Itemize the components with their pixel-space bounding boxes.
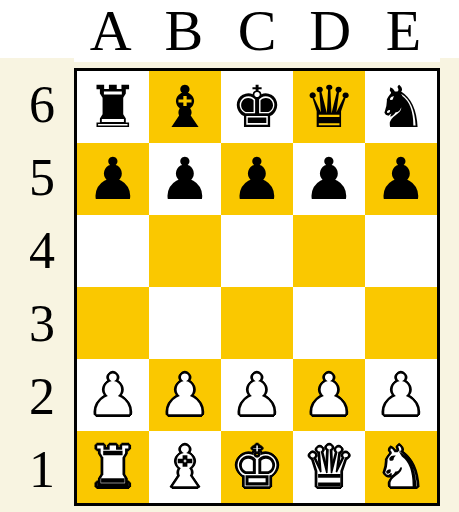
piece-white-pawn[interactable]: ♟ [303,359,355,431]
piece-white-bishop[interactable]: ♝ [159,431,211,503]
piece-black-pawn[interactable]: ♟ [159,143,211,215]
square-a2[interactable]: ♟ [77,359,149,431]
square-b2[interactable]: ♟ [149,359,221,431]
file-label-d: D [309,2,351,60]
board: ♜♝♚♛♞♟♟♟♟♟♟♟♟♟♟♜♝♚♛♞ [74,68,440,506]
square-e2[interactable]: ♟ [365,359,437,431]
square-c4[interactable] [221,215,293,287]
piece-white-king[interactable]: ♚ [231,431,283,503]
piece-black-rook[interactable]: ♜ [87,71,139,143]
square-d1[interactable]: ♛ [293,431,365,503]
square-c1[interactable]: ♚ [221,431,293,503]
square-e6[interactable]: ♞ [365,71,437,143]
file-label-c: C [238,2,277,60]
piece-black-pawn[interactable]: ♟ [303,143,355,215]
square-d6[interactable]: ♛ [293,71,365,143]
square-d3[interactable] [293,287,365,359]
square-c2[interactable]: ♟ [221,359,293,431]
piece-white-rook[interactable]: ♜ [87,431,139,503]
rank-label-2: 2 [15,371,55,423]
piece-black-queen[interactable]: ♛ [303,71,355,143]
piece-white-pawn[interactable]: ♟ [87,359,139,431]
square-d2[interactable]: ♟ [293,359,365,431]
file-label-b: B [164,2,203,60]
square-e1[interactable]: ♞ [365,431,437,503]
square-a3[interactable] [77,287,149,359]
piece-white-pawn[interactable]: ♟ [159,359,211,431]
square-e4[interactable] [365,215,437,287]
square-e5[interactable]: ♟ [365,143,437,215]
square-e3[interactable] [365,287,437,359]
piece-black-pawn[interactable]: ♟ [87,143,139,215]
piece-white-knight[interactable]: ♞ [375,431,427,503]
piece-black-king[interactable]: ♚ [231,71,283,143]
rank-label-5: 5 [15,152,55,204]
square-a4[interactable] [77,215,149,287]
square-c5[interactable]: ♟ [221,143,293,215]
piece-white-queen[interactable]: ♛ [303,431,355,503]
rank-label-4: 4 [15,225,55,277]
file-label-a: A [90,2,132,60]
minichess-diagram: ABCDE 654321 ♜♝♚♛♞♟♟♟♟♟♟♟♟♟♟♜♝♚♛♞ [0,0,459,512]
square-a1[interactable]: ♜ [77,431,149,503]
square-a5[interactable]: ♟ [77,143,149,215]
piece-black-pawn[interactable]: ♟ [231,143,283,215]
square-b5[interactable]: ♟ [149,143,221,215]
square-b4[interactable] [149,215,221,287]
square-b3[interactable] [149,287,221,359]
file-label-e: E [386,2,421,60]
square-b1[interactable]: ♝ [149,431,221,503]
piece-white-pawn[interactable]: ♟ [375,359,427,431]
piece-black-knight[interactable]: ♞ [375,71,427,143]
rank-label-1: 1 [15,444,55,496]
square-c3[interactable] [221,287,293,359]
square-a6[interactable]: ♜ [77,71,149,143]
piece-black-bishop[interactable]: ♝ [159,71,211,143]
piece-black-pawn[interactable]: ♟ [375,143,427,215]
rank-label-6: 6 [15,79,55,131]
piece-white-pawn[interactable]: ♟ [231,359,283,431]
square-d5[interactable]: ♟ [293,143,365,215]
square-d4[interactable] [293,215,365,287]
square-c6[interactable]: ♚ [221,71,293,143]
square-b6[interactable]: ♝ [149,71,221,143]
rank-label-3: 3 [15,298,55,350]
file-labels: ABCDE [74,0,440,62]
rank-labels: 654321 [0,68,70,506]
